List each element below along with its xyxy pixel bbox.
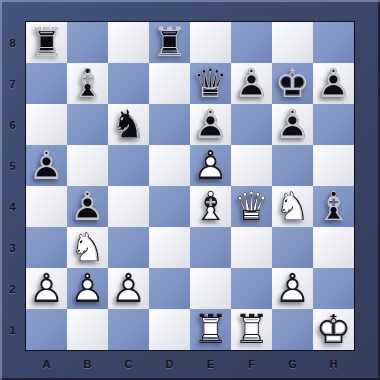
square-e6[interactable]: ♟♙ (190, 104, 231, 145)
square-h3[interactable] (313, 227, 354, 268)
piece-black-pawn[interactable]: ♟♙ (190, 104, 231, 145)
knight-glyph-outline: ♘ (275, 186, 311, 226)
file-label-a: A (26, 353, 67, 375)
square-b3[interactable]: ♞♘ (67, 227, 108, 268)
piece-black-king[interactable]: ♚♔ (272, 63, 313, 104)
piece-white-king[interactable]: ♚♔ (313, 309, 354, 350)
rook-glyph-outline: ♖ (234, 309, 270, 349)
king-glyph-outline: ♔ (316, 309, 352, 349)
rank-label-5: 5 (0, 145, 25, 186)
piece-black-pawn[interactable]: ♟♙ (67, 186, 108, 227)
pawn-glyph-outline: ♙ (29, 268, 65, 308)
piece-white-pawn[interactable]: ♟♙ (67, 268, 108, 309)
pawn-glyph-outline: ♙ (275, 268, 311, 308)
piece-black-knight[interactable]: ♞♘ (108, 104, 149, 145)
rank-label-2: 2 (0, 268, 25, 309)
square-f2[interactable] (231, 268, 272, 309)
rook-glyph-outline: ♖ (29, 22, 65, 62)
square-d2[interactable] (149, 268, 190, 309)
piece-black-bishop[interactable]: ♝♗ (67, 63, 108, 104)
square-h2[interactable] (313, 268, 354, 309)
square-d1[interactable] (149, 309, 190, 350)
square-f5[interactable] (231, 145, 272, 186)
bishop-glyph-outline: ♗ (316, 186, 352, 226)
square-c6[interactable]: ♞♘ (108, 104, 149, 145)
square-a3[interactable] (26, 227, 67, 268)
square-h4[interactable]: ♝♗ (313, 186, 354, 227)
square-h1[interactable]: ♚♔ (313, 309, 354, 350)
rank-label-6: 6 (0, 104, 25, 145)
file-label-g: G (272, 353, 313, 375)
piece-white-pawn[interactable]: ♟♙ (190, 145, 231, 186)
square-d4[interactable] (149, 186, 190, 227)
piece-white-knight[interactable]: ♞♘ (67, 227, 108, 268)
square-g8[interactable] (272, 22, 313, 63)
pawn-glyph-outline: ♙ (70, 268, 106, 308)
square-c2[interactable]: ♟♙ (108, 268, 149, 309)
square-g7[interactable]: ♚♔ (272, 63, 313, 104)
square-a2[interactable]: ♟♙ (26, 268, 67, 309)
square-b8[interactable] (67, 22, 108, 63)
rank-label-3: 3 (0, 227, 25, 268)
pawn-glyph-outline: ♙ (70, 186, 106, 226)
square-b2[interactable]: ♟♙ (67, 268, 108, 309)
square-c5[interactable] (108, 145, 149, 186)
square-e7[interactable]: ♛♕ (190, 63, 231, 104)
rook-glyph-outline: ♖ (193, 309, 229, 349)
piece-black-rook[interactable]: ♜♖ (26, 22, 67, 63)
square-d7[interactable] (149, 63, 190, 104)
rank-label-1: 1 (0, 309, 25, 350)
chess-board-frame: 87654321 ABCDEFGH ♜♖♜♖♝♗♛♕♟♙♚♔♟♙♞♘♟♙♟♙♟♙… (0, 0, 380, 380)
piece-white-pawn[interactable]: ♟♙ (108, 268, 149, 309)
square-f4[interactable]: ♛♕ (231, 186, 272, 227)
square-d8[interactable]: ♜♖ (149, 22, 190, 63)
knight-glyph-outline: ♘ (70, 227, 106, 267)
square-e4[interactable]: ♝♗ (190, 186, 231, 227)
square-d3[interactable] (149, 227, 190, 268)
square-a8[interactable]: ♜♖ (26, 22, 67, 63)
square-f6[interactable] (231, 104, 272, 145)
pawn-glyph-outline: ♙ (275, 104, 311, 144)
piece-white-queen[interactable]: ♛♕ (231, 186, 272, 227)
piece-black-pawn[interactable]: ♟♙ (313, 63, 354, 104)
pawn-glyph-outline: ♙ (234, 63, 270, 103)
file-label-h: H (313, 353, 354, 375)
square-g4[interactable]: ♞♘ (272, 186, 313, 227)
square-g1[interactable] (272, 309, 313, 350)
square-a6[interactable] (26, 104, 67, 145)
rank-label-4: 4 (0, 186, 25, 227)
file-label-f: F (231, 353, 272, 375)
piece-white-bishop[interactable]: ♝♗ (190, 186, 231, 227)
square-e2[interactable] (190, 268, 231, 309)
square-c4[interactable] (108, 186, 149, 227)
square-b7[interactable]: ♝♗ (67, 63, 108, 104)
square-a5[interactable]: ♟♙ (26, 145, 67, 186)
square-b5[interactable] (67, 145, 108, 186)
piece-white-rook[interactable]: ♜♖ (190, 309, 231, 350)
piece-black-bishop[interactable]: ♝♗ (313, 186, 354, 227)
file-label-c: C (108, 353, 149, 375)
square-d6[interactable] (149, 104, 190, 145)
piece-white-pawn[interactable]: ♟♙ (272, 268, 313, 309)
queen-glyph-outline: ♕ (234, 186, 270, 226)
square-f8[interactable] (231, 22, 272, 63)
square-h6[interactable] (313, 104, 354, 145)
piece-white-knight[interactable]: ♞♘ (272, 186, 313, 227)
square-d5[interactable] (149, 145, 190, 186)
square-e5[interactable]: ♟♙ (190, 145, 231, 186)
square-b1[interactable] (67, 309, 108, 350)
file-label-e: E (190, 353, 231, 375)
square-g2[interactable]: ♟♙ (272, 268, 313, 309)
square-e8[interactable] (190, 22, 231, 63)
piece-black-pawn[interactable]: ♟♙ (231, 63, 272, 104)
rank-label-8: 8 (0, 22, 25, 63)
square-g5[interactable] (272, 145, 313, 186)
rook-glyph-outline: ♖ (152, 22, 188, 62)
square-c7[interactable] (108, 63, 149, 104)
pawn-glyph-outline: ♙ (29, 145, 65, 185)
square-g6[interactable]: ♟♙ (272, 104, 313, 145)
file-label-d: D (149, 353, 190, 375)
square-g3[interactable] (272, 227, 313, 268)
chess-board: ♜♖♜♖♝♗♛♕♟♙♚♔♟♙♞♘♟♙♟♙♟♙♟♙♟♙♝♗♛♕♞♘♝♗♞♘♟♙♟♙… (25, 21, 355, 351)
square-c1[interactable] (108, 309, 149, 350)
king-glyph-outline: ♔ (275, 63, 311, 103)
piece-black-queen[interactable]: ♛♕ (190, 63, 231, 104)
knight-glyph-outline: ♘ (111, 104, 147, 144)
square-f3[interactable] (231, 227, 272, 268)
square-f1[interactable]: ♜♖ (231, 309, 272, 350)
square-a7[interactable] (26, 63, 67, 104)
square-b4[interactable]: ♟♙ (67, 186, 108, 227)
piece-white-rook[interactable]: ♜♖ (231, 309, 272, 350)
bishop-glyph-outline: ♗ (193, 186, 229, 226)
queen-glyph-outline: ♕ (193, 63, 229, 103)
square-c8[interactable] (108, 22, 149, 63)
square-e1[interactable]: ♜♖ (190, 309, 231, 350)
square-f7[interactable]: ♟♙ (231, 63, 272, 104)
piece-white-pawn[interactable]: ♟♙ (26, 268, 67, 309)
square-h8[interactable] (313, 22, 354, 63)
piece-black-pawn[interactable]: ♟♙ (272, 104, 313, 145)
square-h7[interactable]: ♟♙ (313, 63, 354, 104)
pawn-glyph-outline: ♙ (111, 268, 147, 308)
square-a4[interactable] (26, 186, 67, 227)
pawn-glyph-outline: ♙ (193, 145, 229, 185)
pawn-glyph-outline: ♙ (193, 104, 229, 144)
piece-black-pawn[interactable]: ♟♙ (26, 145, 67, 186)
bishop-glyph-outline: ♗ (70, 63, 106, 103)
file-label-b: B (67, 353, 108, 375)
piece-black-rook[interactable]: ♜♖ (149, 22, 190, 63)
square-e3[interactable] (190, 227, 231, 268)
square-a1[interactable] (26, 309, 67, 350)
rank-label-7: 7 (0, 63, 25, 104)
square-h5[interactable] (313, 145, 354, 186)
square-c3[interactable] (108, 227, 149, 268)
square-b6[interactable] (67, 104, 108, 145)
pawn-glyph-outline: ♙ (316, 63, 352, 103)
